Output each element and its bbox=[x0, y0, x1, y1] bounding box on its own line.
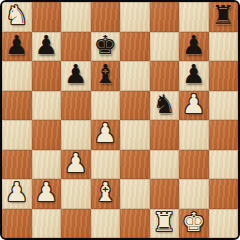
square-h7[interactable] bbox=[209, 32, 239, 62]
square-g7[interactable]: ♟ bbox=[179, 32, 209, 62]
white-pawn[interactable]: ♟ bbox=[64, 149, 87, 179]
white-pawn[interactable]: ♟ bbox=[35, 178, 58, 208]
square-h4[interactable] bbox=[209, 120, 239, 150]
square-g2[interactable] bbox=[179, 179, 209, 209]
white-king[interactable]: ♚ bbox=[182, 208, 205, 238]
square-f3[interactable] bbox=[150, 150, 180, 180]
black-pawn[interactable]: ♟ bbox=[64, 60, 87, 90]
square-e1[interactable] bbox=[120, 209, 150, 239]
square-a7[interactable]: ♟ bbox=[2, 32, 32, 62]
square-c2[interactable] bbox=[61, 179, 91, 209]
square-g3[interactable] bbox=[179, 150, 209, 180]
square-g8[interactable] bbox=[179, 2, 209, 32]
square-c7[interactable] bbox=[61, 32, 91, 62]
black-pawn[interactable]: ♟ bbox=[182, 31, 205, 61]
white-rook[interactable]: ♜ bbox=[153, 208, 176, 238]
square-c3[interactable]: ♟ bbox=[61, 150, 91, 180]
square-f1[interactable]: ♜ bbox=[150, 209, 180, 239]
square-b4[interactable] bbox=[32, 120, 62, 150]
black-pawn[interactable]: ♟ bbox=[182, 60, 205, 90]
square-c6[interactable]: ♟ bbox=[61, 61, 91, 91]
square-f4[interactable] bbox=[150, 120, 180, 150]
white-pawn[interactable]: ♟ bbox=[182, 90, 205, 120]
white-bishop[interactable]: ♝ bbox=[94, 178, 117, 208]
square-e6[interactable] bbox=[120, 61, 150, 91]
square-d8[interactable] bbox=[91, 2, 121, 32]
square-c8[interactable] bbox=[61, 2, 91, 32]
square-d5[interactable] bbox=[91, 91, 121, 121]
square-g6[interactable]: ♟ bbox=[179, 61, 209, 91]
black-pawn[interactable]: ♟ bbox=[35, 31, 58, 61]
square-e5[interactable] bbox=[120, 91, 150, 121]
black-bishop[interactable]: ♝ bbox=[94, 60, 117, 90]
black-rook[interactable]: ♜ bbox=[212, 1, 235, 31]
square-b8[interactable] bbox=[32, 2, 62, 32]
square-e7[interactable] bbox=[120, 32, 150, 62]
square-h1[interactable] bbox=[209, 209, 239, 239]
black-knight[interactable]: ♞ bbox=[153, 90, 176, 120]
square-b6[interactable] bbox=[32, 61, 62, 91]
square-c1[interactable] bbox=[61, 209, 91, 239]
square-e8[interactable] bbox=[120, 2, 150, 32]
white-knight[interactable]: ♞ bbox=[5, 1, 28, 31]
square-b2[interactable]: ♟ bbox=[32, 179, 62, 209]
square-b7[interactable]: ♟ bbox=[32, 32, 62, 62]
square-g5[interactable]: ♟ bbox=[179, 91, 209, 121]
square-f2[interactable] bbox=[150, 179, 180, 209]
square-a3[interactable] bbox=[2, 150, 32, 180]
square-a2[interactable]: ♟ bbox=[2, 179, 32, 209]
white-pawn[interactable]: ♟ bbox=[94, 119, 117, 149]
square-h3[interactable] bbox=[209, 150, 239, 180]
square-b5[interactable] bbox=[32, 91, 62, 121]
square-h5[interactable] bbox=[209, 91, 239, 121]
chess-board: ♞♜♟♟♚♟♟♝♟♞♟♟♟♟♟♝♜♚ bbox=[2, 2, 238, 238]
square-f6[interactable] bbox=[150, 61, 180, 91]
square-g4[interactable] bbox=[179, 120, 209, 150]
square-b3[interactable] bbox=[32, 150, 62, 180]
square-d2[interactable]: ♝ bbox=[91, 179, 121, 209]
square-d6[interactable]: ♝ bbox=[91, 61, 121, 91]
black-pawn[interactable]: ♟ bbox=[5, 31, 28, 61]
square-h2[interactable] bbox=[209, 179, 239, 209]
square-a5[interactable] bbox=[2, 91, 32, 121]
square-e2[interactable] bbox=[120, 179, 150, 209]
square-d4[interactable]: ♟ bbox=[91, 120, 121, 150]
square-a8[interactable]: ♞ bbox=[2, 2, 32, 32]
square-c5[interactable] bbox=[61, 91, 91, 121]
square-f7[interactable] bbox=[150, 32, 180, 62]
square-a1[interactable] bbox=[2, 209, 32, 239]
square-h6[interactable] bbox=[209, 61, 239, 91]
square-e4[interactable] bbox=[120, 120, 150, 150]
square-f8[interactable] bbox=[150, 2, 180, 32]
square-a6[interactable] bbox=[2, 61, 32, 91]
square-d7[interactable]: ♚ bbox=[91, 32, 121, 62]
square-f5[interactable]: ♞ bbox=[150, 91, 180, 121]
black-king[interactable]: ♚ bbox=[94, 31, 117, 61]
chess-board-frame: ♞♜♟♟♚♟♟♝♟♞♟♟♟♟♟♝♜♚ bbox=[0, 0, 240, 240]
square-b1[interactable] bbox=[32, 209, 62, 239]
square-g1[interactable]: ♚ bbox=[179, 209, 209, 239]
square-a4[interactable] bbox=[2, 120, 32, 150]
square-d3[interactable] bbox=[91, 150, 121, 180]
square-h8[interactable]: ♜ bbox=[209, 2, 239, 32]
square-e3[interactable] bbox=[120, 150, 150, 180]
white-pawn[interactable]: ♟ bbox=[5, 178, 28, 208]
square-d1[interactable] bbox=[91, 209, 121, 239]
square-c4[interactable] bbox=[61, 120, 91, 150]
